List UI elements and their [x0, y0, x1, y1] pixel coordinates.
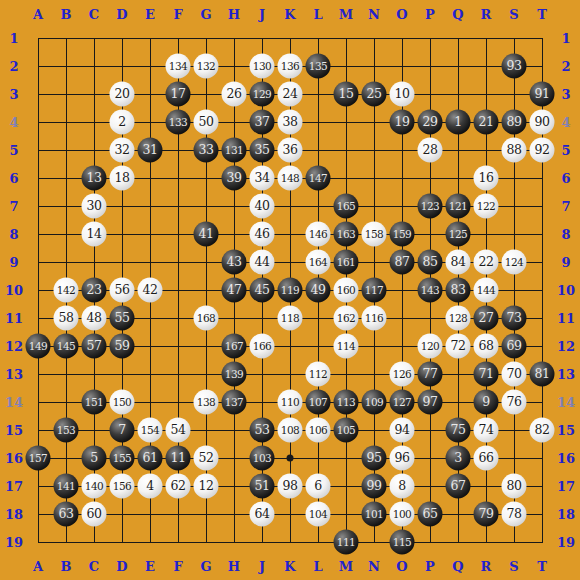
move-number: 151 [85, 397, 104, 408]
row-label-left: 16 [5, 452, 23, 465]
move-number: 89 [507, 116, 522, 129]
white-stone: 74 [474, 418, 499, 443]
white-stone: 84 [446, 250, 471, 275]
white-stone: 92 [530, 138, 555, 163]
move-number: 93 [507, 60, 522, 73]
row-label-right: 12 [557, 340, 575, 353]
col-label-bottom: F [173, 560, 182, 573]
col-label-bottom: N [368, 560, 380, 573]
move-number: 128 [449, 313, 468, 324]
black-stone: 149 [26, 334, 51, 359]
row-label-right: 9 [561, 256, 570, 269]
white-stone: 108 [278, 418, 303, 443]
white-stone: 154 [138, 418, 163, 443]
move-number: 76 [507, 396, 522, 409]
black-stone: 113 [334, 390, 359, 415]
black-stone: 141 [54, 474, 79, 499]
black-stone: 89 [502, 110, 527, 135]
col-label-top: K [284, 8, 295, 21]
col-label-top: C [89, 8, 99, 21]
white-stone: 24 [278, 82, 303, 107]
row-label-left: 6 [9, 172, 18, 185]
white-stone: 4 [138, 474, 163, 499]
move-number: 35 [255, 144, 270, 157]
move-number: 116 [365, 313, 384, 324]
move-number: 80 [507, 480, 522, 493]
move-number: 24 [283, 88, 298, 101]
row-label-left: 14 [5, 396, 23, 409]
white-stone: 48 [82, 306, 107, 331]
row-label-right: 8 [561, 228, 570, 241]
move-number: 159 [393, 229, 412, 240]
col-label-bottom: M [339, 560, 353, 573]
move-number: 7 [118, 424, 125, 437]
col-label-bottom: L [313, 560, 322, 573]
move-number: 92 [535, 144, 550, 157]
move-number: 73 [507, 312, 522, 325]
black-stone: 85 [418, 250, 443, 275]
white-stone: 2 [110, 110, 135, 135]
white-stone: 132 [194, 54, 219, 79]
grid-line-h [38, 514, 543, 515]
move-number: 77 [423, 368, 438, 381]
black-stone: 75 [446, 418, 471, 443]
go-board[interactable]: AABBCCDDEEFFGGHHJJKKLLMMNNOOPPQQRRSSTT11… [0, 0, 580, 580]
col-label-top: D [116, 8, 127, 21]
move-number: 97 [423, 396, 438, 409]
move-number: 115 [393, 537, 412, 548]
row-label-left: 5 [9, 144, 18, 157]
col-label-bottom: T [537, 560, 547, 573]
white-stone: 72 [446, 334, 471, 359]
black-stone: 39 [222, 166, 247, 191]
white-stone: 16 [474, 166, 499, 191]
col-label-bottom: C [89, 560, 99, 573]
move-number: 139 [225, 369, 244, 380]
black-stone: 137 [222, 390, 247, 415]
row-label-left: 12 [5, 340, 23, 353]
row-label-left: 17 [5, 480, 23, 493]
row-label-right: 5 [561, 144, 570, 157]
move-number: 53 [255, 424, 270, 437]
row-label-left: 15 [5, 424, 23, 437]
move-number: 71 [479, 368, 494, 381]
col-label-bottom: A [33, 560, 43, 573]
black-stone: 127 [390, 390, 415, 415]
white-stone: 80 [502, 474, 527, 499]
black-stone: 35 [250, 138, 275, 163]
black-stone: 147 [306, 166, 331, 191]
black-stone: 65 [418, 502, 443, 527]
move-number: 23 [87, 284, 102, 297]
white-stone: 30 [82, 194, 107, 219]
move-number: 49 [311, 284, 326, 297]
col-label-bottom: E [145, 560, 155, 573]
white-stone: 22 [474, 250, 499, 275]
move-number: 166 [253, 341, 272, 352]
black-stone: 5 [82, 446, 107, 471]
move-number: 94 [395, 424, 410, 437]
col-label-bottom: Q [452, 560, 463, 573]
move-number: 20 [115, 88, 130, 101]
black-stone: 165 [334, 194, 359, 219]
move-number: 69 [507, 340, 522, 353]
black-stone: 119 [278, 278, 303, 303]
black-stone: 131 [222, 138, 247, 163]
row-label-right: 19 [557, 536, 575, 549]
black-stone: 111 [334, 530, 359, 555]
white-stone: 68 [474, 334, 499, 359]
row-label-right: 15 [557, 424, 575, 437]
move-number: 8 [398, 480, 405, 493]
move-number: 13 [87, 172, 102, 185]
white-stone: 160 [334, 278, 359, 303]
move-number: 42 [143, 284, 158, 297]
black-stone: 115 [390, 530, 415, 555]
move-number: 131 [225, 145, 244, 156]
white-stone: 26 [222, 82, 247, 107]
move-number: 51 [255, 480, 270, 493]
black-stone: 157 [26, 446, 51, 471]
move-number: 10 [395, 88, 410, 101]
black-stone: 3 [446, 446, 471, 471]
move-number: 33 [199, 144, 214, 157]
move-number: 4 [146, 480, 153, 493]
black-stone: 103 [250, 446, 275, 471]
move-number: 99 [367, 480, 382, 493]
black-stone: 13 [82, 166, 107, 191]
grid-line-h [38, 374, 543, 375]
move-number: 153 [57, 425, 76, 436]
move-number: 167 [225, 341, 244, 352]
move-number: 156 [113, 481, 132, 492]
move-number: 154 [141, 425, 160, 436]
row-label-left: 19 [5, 536, 23, 549]
black-stone: 79 [474, 502, 499, 527]
move-number: 78 [507, 508, 522, 521]
move-number: 18 [115, 172, 130, 185]
black-stone: 67 [446, 474, 471, 499]
move-number: 52 [199, 452, 214, 465]
move-number: 145 [57, 341, 76, 352]
white-stone: 6 [306, 474, 331, 499]
move-number: 91 [535, 88, 550, 101]
move-number: 142 [57, 285, 76, 296]
move-number: 117 [365, 285, 384, 296]
move-number: 26 [227, 88, 242, 101]
row-label-right: 18 [557, 508, 575, 521]
white-stone: 112 [306, 362, 331, 387]
move-number: 138 [197, 397, 216, 408]
col-label-top: Q [452, 8, 463, 21]
move-number: 90 [535, 116, 550, 129]
move-number: 119 [281, 285, 300, 296]
move-number: 81 [535, 368, 550, 381]
move-number: 126 [393, 369, 412, 380]
black-stone: 151 [82, 390, 107, 415]
move-number: 1 [454, 116, 461, 129]
move-number: 63 [59, 508, 74, 521]
black-stone: 73 [502, 306, 527, 331]
black-stone: 31 [138, 138, 163, 163]
black-stone: 15 [334, 82, 359, 107]
white-stone: 64 [250, 502, 275, 527]
move-number: 162 [337, 313, 356, 324]
move-number: 79 [479, 508, 494, 521]
white-stone: 122 [474, 194, 499, 219]
move-number: 55 [115, 312, 130, 325]
black-stone: 63 [54, 502, 79, 527]
black-stone: 49 [306, 278, 331, 303]
white-stone: 116 [362, 306, 387, 331]
grid-line-h [38, 542, 543, 543]
white-stone: 114 [334, 334, 359, 359]
move-number: 165 [337, 201, 356, 212]
move-number: 124 [505, 257, 524, 268]
move-number: 95 [367, 452, 382, 465]
move-number: 164 [309, 257, 328, 268]
move-number: 114 [337, 341, 356, 352]
white-stone: 166 [250, 334, 275, 359]
col-label-top: S [509, 8, 518, 21]
black-stone: 145 [54, 334, 79, 359]
move-number: 144 [477, 285, 496, 296]
move-number: 118 [281, 313, 300, 324]
black-stone: 77 [418, 362, 443, 387]
black-stone: 155 [110, 446, 135, 471]
col-label-top: N [368, 8, 380, 21]
col-label-top: O [396, 8, 407, 21]
col-label-top: R [481, 8, 492, 21]
move-number: 44 [255, 256, 270, 269]
black-stone: 41 [194, 222, 219, 247]
white-stone: 128 [446, 306, 471, 331]
white-stone: 124 [502, 250, 527, 275]
move-number: 28 [423, 144, 438, 157]
black-stone: 121 [446, 194, 471, 219]
row-label-left: 10 [5, 284, 23, 297]
row-label-right: 4 [561, 116, 570, 129]
move-number: 104 [309, 509, 328, 520]
white-stone: 52 [194, 446, 219, 471]
col-label-bottom: P [425, 560, 435, 573]
black-stone: 47 [222, 278, 247, 303]
white-stone: 104 [306, 502, 331, 527]
black-stone: 91 [530, 82, 555, 107]
white-stone: 106 [306, 418, 331, 443]
white-stone: 98 [278, 474, 303, 499]
move-number: 40 [255, 200, 270, 213]
row-label-left: 2 [9, 60, 18, 73]
col-label-bottom: O [396, 560, 407, 573]
white-stone: 62 [166, 474, 191, 499]
move-number: 31 [143, 144, 158, 157]
white-stone: 70 [502, 362, 527, 387]
black-stone: 19 [390, 110, 415, 135]
black-stone: 45 [250, 278, 275, 303]
move-number: 60 [87, 508, 102, 521]
black-stone: 59 [110, 334, 135, 359]
move-number: 103 [253, 453, 272, 464]
black-stone: 87 [390, 250, 415, 275]
col-label-top: L [313, 8, 322, 21]
black-stone: 123 [418, 194, 443, 219]
col-label-top: A [33, 8, 43, 21]
white-stone: 162 [334, 306, 359, 331]
black-stone: 97 [418, 390, 443, 415]
white-stone: 28 [418, 138, 443, 163]
move-number: 161 [337, 257, 356, 268]
black-stone: 133 [166, 110, 191, 135]
white-stone: 150 [110, 390, 135, 415]
move-number: 65 [423, 508, 438, 521]
move-number: 2 [118, 116, 125, 129]
move-number: 70 [507, 368, 522, 381]
move-number: 30 [87, 200, 102, 213]
move-number: 57 [87, 340, 102, 353]
move-number: 38 [283, 116, 298, 129]
white-stone: 130 [250, 54, 275, 79]
move-number: 34 [255, 172, 270, 185]
move-number: 41 [199, 228, 214, 241]
white-stone: 12 [194, 474, 219, 499]
black-stone: 143 [418, 278, 443, 303]
move-number: 67 [451, 480, 466, 493]
move-number: 133 [169, 117, 188, 128]
black-stone: 101 [362, 502, 387, 527]
move-number: 88 [507, 144, 522, 157]
black-stone: 17 [166, 82, 191, 107]
move-number: 9 [482, 396, 489, 409]
move-number: 75 [451, 424, 466, 437]
col-label-bottom: D [116, 560, 127, 573]
move-number: 129 [253, 89, 272, 100]
move-number: 27 [479, 312, 494, 325]
move-number: 135 [309, 61, 328, 72]
white-stone: 138 [194, 390, 219, 415]
col-label-top: F [173, 8, 182, 21]
go-game-diagram: AABBCCDDEEFFGGHHJJKKLLMMNNOOPPQQRRSSTT11… [0, 0, 580, 580]
move-number: 6 [314, 480, 321, 493]
move-number: 54 [171, 424, 186, 437]
move-number: 39 [227, 172, 242, 185]
black-stone: 57 [82, 334, 107, 359]
move-number: 64 [255, 508, 270, 521]
row-label-left: 13 [5, 368, 23, 381]
row-label-right: 13 [557, 368, 575, 381]
move-number: 100 [393, 509, 412, 520]
black-stone: 105 [334, 418, 359, 443]
white-stone: 18 [110, 166, 135, 191]
row-label-right: 1 [561, 32, 570, 45]
white-stone: 96 [390, 446, 415, 471]
move-number: 137 [225, 397, 244, 408]
move-number: 68 [479, 340, 494, 353]
col-label-bottom: H [228, 560, 240, 573]
move-number: 112 [309, 369, 328, 380]
move-number: 160 [337, 285, 356, 296]
move-number: 113 [337, 397, 356, 408]
black-stone: 163 [334, 222, 359, 247]
black-stone: 117 [362, 278, 387, 303]
move-number: 19 [395, 116, 410, 129]
white-stone: 82 [530, 418, 555, 443]
white-stone: 140 [82, 474, 107, 499]
col-label-bottom: G [200, 560, 211, 573]
move-number: 107 [309, 397, 328, 408]
row-label-right: 16 [557, 452, 575, 465]
col-label-top: T [537, 8, 547, 21]
white-stone: 110 [278, 390, 303, 415]
col-label-top: G [200, 8, 211, 21]
move-number: 109 [365, 397, 384, 408]
move-number: 15 [339, 88, 354, 101]
move-number: 11 [171, 452, 186, 465]
col-label-bottom: B [61, 560, 72, 573]
move-number: 36 [283, 144, 298, 157]
move-number: 155 [113, 453, 132, 464]
white-stone: 164 [306, 250, 331, 275]
black-stone: 53 [250, 418, 275, 443]
move-number: 136 [281, 61, 300, 72]
white-stone: 94 [390, 418, 415, 443]
black-stone: 125 [446, 222, 471, 247]
white-stone: 50 [194, 110, 219, 135]
white-stone: 34 [250, 166, 275, 191]
white-stone: 144 [474, 278, 499, 303]
move-number: 87 [395, 256, 410, 269]
row-label-right: 3 [561, 88, 570, 101]
move-number: 101 [365, 509, 384, 520]
move-number: 25 [367, 88, 382, 101]
move-number: 96 [395, 452, 410, 465]
move-number: 84 [451, 256, 466, 269]
black-stone: 139 [222, 362, 247, 387]
move-number: 32 [115, 144, 130, 157]
white-stone: 120 [418, 334, 443, 359]
move-number: 98 [283, 480, 298, 493]
black-stone: 29 [418, 110, 443, 135]
col-label-top: M [339, 8, 353, 21]
col-label-top: B [61, 8, 72, 21]
move-number: 16 [479, 172, 494, 185]
move-number: 72 [451, 340, 466, 353]
move-number: 158 [365, 229, 384, 240]
white-stone: 76 [502, 390, 527, 415]
move-number: 150 [113, 397, 132, 408]
move-number: 130 [253, 61, 272, 72]
row-label-right: 14 [557, 396, 575, 409]
white-stone: 40 [250, 194, 275, 219]
black-stone: 7 [110, 418, 135, 443]
move-number: 147 [309, 173, 328, 184]
row-label-right: 6 [561, 172, 570, 185]
black-stone: 159 [390, 222, 415, 247]
move-number: 140 [85, 481, 104, 492]
white-stone: 8 [390, 474, 415, 499]
move-number: 5 [90, 452, 97, 465]
white-stone: 118 [278, 306, 303, 331]
black-stone: 21 [474, 110, 499, 135]
black-stone: 11 [166, 446, 191, 471]
white-stone: 46 [250, 222, 275, 247]
move-number: 108 [281, 425, 300, 436]
move-number: 50 [199, 116, 214, 129]
white-stone: 36 [278, 138, 303, 163]
black-stone: 93 [502, 54, 527, 79]
white-stone: 168 [194, 306, 219, 331]
move-number: 111 [337, 537, 356, 548]
